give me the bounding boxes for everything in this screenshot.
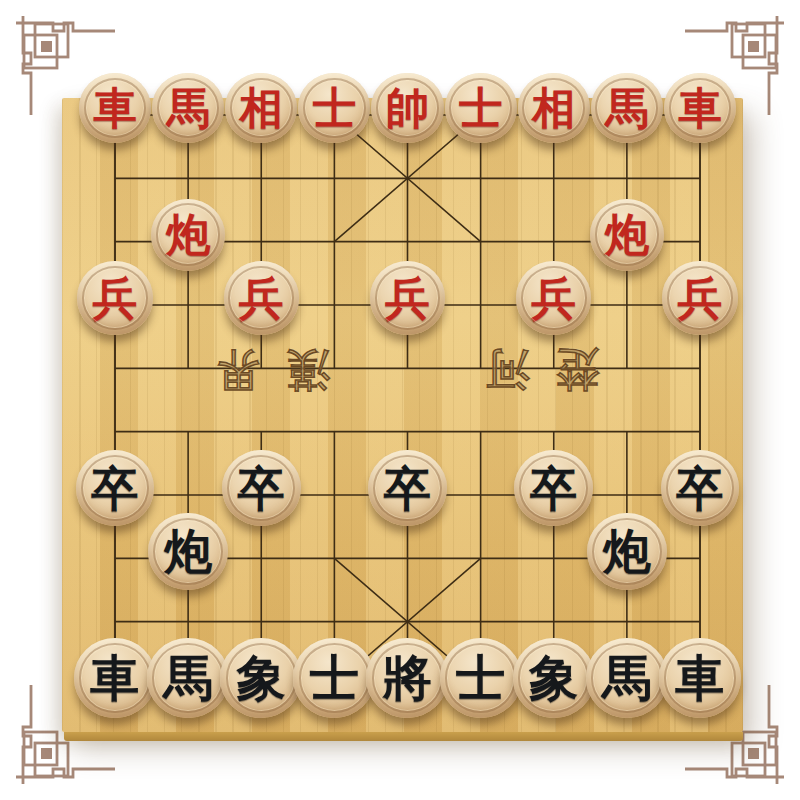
piece-black-horse[interactable]: 馬: [147, 638, 229, 718]
piece-character: 卒: [384, 463, 431, 512]
piece-character: 炮: [603, 526, 651, 576]
piece-red-advisor[interactable]: 士: [445, 73, 517, 143]
piece-character: 帥: [386, 85, 429, 130]
piece-black-general[interactable]: 將: [366, 638, 448, 718]
piece-character: 士: [456, 652, 505, 703]
piece-character: 車: [678, 85, 721, 130]
piece-character: 兵: [92, 274, 137, 321]
piece-character: 象: [529, 652, 578, 703]
piece-character: 士: [459, 85, 502, 130]
piece-red-soldier[interactable]: 兵: [224, 261, 299, 334]
piece-character: 車: [90, 652, 139, 703]
piece-black-cannon[interactable]: 炮: [587, 513, 667, 590]
piece-character: 兵: [385, 274, 430, 321]
piece-red-horse[interactable]: 馬: [152, 73, 224, 143]
piece-character: 車: [93, 85, 136, 130]
piece-black-advisor[interactable]: 士: [293, 638, 375, 718]
piece-red-soldier[interactable]: 兵: [516, 261, 591, 334]
piece-black-advisor[interactable]: 士: [440, 638, 522, 718]
piece-red-cannon[interactable]: 炮: [590, 199, 664, 271]
piece-character: 士: [310, 652, 359, 703]
piece-red-soldier[interactable]: 兵: [370, 261, 445, 334]
piece-red-soldier[interactable]: 兵: [77, 261, 152, 334]
piece-black-cannon[interactable]: 炮: [148, 513, 228, 590]
piece-black-soldier[interactable]: 卒: [661, 450, 740, 526]
piece-red-chariot[interactable]: 車: [664, 73, 736, 143]
piece-red-horse[interactable]: 馬: [591, 73, 663, 143]
piece-red-cannon[interactable]: 炮: [151, 199, 225, 271]
piece-character: 卒: [676, 463, 723, 512]
piece-character: 馬: [605, 85, 648, 130]
piece-character: 兵: [239, 274, 284, 321]
piece-character: 卒: [91, 463, 138, 512]
piece-character: 兵: [531, 274, 576, 321]
piece-character: 炮: [164, 526, 212, 576]
piece-red-general[interactable]: 帥: [371, 73, 443, 143]
piece-red-elephant[interactable]: 相: [518, 73, 590, 143]
piece-character: 象: [237, 652, 286, 703]
piece-red-chariot[interactable]: 車: [79, 73, 151, 143]
piece-character: 炮: [166, 211, 211, 258]
piece-character: 卒: [238, 463, 285, 512]
piece-character: 兵: [677, 274, 722, 321]
piece-black-horse[interactable]: 馬: [586, 638, 668, 718]
piece-black-soldier[interactable]: 卒: [368, 450, 447, 526]
piece-black-chariot[interactable]: 車: [74, 638, 156, 718]
piece-black-chariot[interactable]: 車: [659, 638, 741, 718]
piece-black-elephant[interactable]: 象: [513, 638, 595, 718]
piece-red-elephant[interactable]: 相: [225, 73, 297, 143]
xiangqi-board: 漢界 楚河 車馬相士帥士相馬車炮炮兵兵兵兵兵卒卒卒卒卒炮炮車馬象士將士象馬車: [62, 98, 743, 732]
piece-character: 馬: [602, 652, 651, 703]
piece-black-soldier[interactable]: 卒: [76, 450, 155, 526]
product-photo-scene: 漢界 楚河 車馬相士帥士相馬車炮炮兵兵兵兵兵卒卒卒卒卒炮炮車馬象士將士象馬車: [0, 0, 800, 800]
piece-character: 車: [675, 652, 724, 703]
piece-character: 將: [383, 652, 432, 703]
piece-character: 馬: [163, 652, 212, 703]
piece-character: 卒: [530, 463, 577, 512]
piece-black-soldier[interactable]: 卒: [514, 450, 593, 526]
piece-character: 炮: [605, 211, 650, 258]
piece-red-soldier[interactable]: 兵: [662, 261, 737, 334]
piece-character: 相: [532, 85, 575, 130]
board-wrapper: 漢界 楚河 車馬相士帥士相馬車炮炮兵兵兵兵兵卒卒卒卒卒炮炮車馬象士將士象馬車: [0, 0, 800, 800]
piece-black-elephant[interactable]: 象: [220, 638, 302, 718]
piece-red-advisor[interactable]: 士: [298, 73, 370, 143]
pieces-layer: 車馬相士帥士相馬車炮炮兵兵兵兵兵卒卒卒卒卒炮炮車馬象士將士象馬車: [78, 83, 736, 716]
piece-black-soldier[interactable]: 卒: [222, 450, 301, 526]
piece-character: 士: [313, 85, 356, 130]
piece-character: 馬: [166, 85, 209, 130]
piece-character: 相: [240, 85, 283, 130]
